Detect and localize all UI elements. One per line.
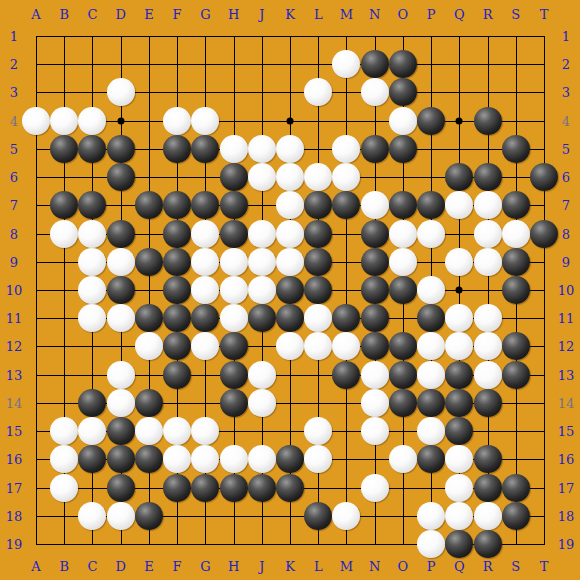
stone-white-L11[interactable]	[304, 304, 332, 332]
column-label-top: L	[314, 8, 323, 21]
row-label-left: 1	[10, 30, 18, 43]
stone-white-C10[interactable]	[78, 276, 106, 304]
stone-white-P13[interactable]	[417, 361, 445, 389]
stone-black-J11[interactable]	[248, 304, 276, 332]
stone-black-N5[interactable]	[361, 135, 389, 163]
stone-black-K17[interactable]	[276, 474, 304, 502]
stone-black-O12[interactable]	[389, 332, 417, 360]
stone-black-R19[interactable]	[474, 530, 502, 558]
stone-white-K6[interactable]	[276, 163, 304, 191]
stone-black-E11[interactable]	[135, 304, 163, 332]
stone-black-P4[interactable]	[417, 107, 445, 135]
stone-white-B15[interactable]	[50, 417, 78, 445]
column-label-bottom: B	[59, 560, 69, 573]
stone-white-Q16[interactable]	[445, 445, 473, 473]
stone-black-N10[interactable]	[361, 276, 389, 304]
stone-white-C9[interactable]	[78, 248, 106, 276]
column-label-top: J	[259, 8, 264, 21]
stone-white-L3[interactable]	[304, 78, 332, 106]
stone-black-O10[interactable]	[389, 276, 417, 304]
row-label-left: 6	[10, 171, 18, 184]
stone-white-P10[interactable]	[417, 276, 445, 304]
stone-black-N11[interactable]	[361, 304, 389, 332]
column-label-bottom: E	[144, 560, 154, 573]
stone-black-L18[interactable]	[304, 502, 332, 530]
row-label-left: 5	[10, 142, 18, 155]
stone-white-J9[interactable]	[248, 248, 276, 276]
row-label-right: 13	[558, 368, 575, 381]
row-label-right: 3	[562, 86, 570, 99]
stone-white-P19[interactable]	[417, 530, 445, 558]
stone-black-L7[interactable]	[304, 191, 332, 219]
stone-black-O5[interactable]	[389, 135, 417, 163]
stone-white-G16[interactable]	[191, 445, 219, 473]
row-label-right: 9	[562, 255, 570, 268]
stone-white-R7[interactable]	[474, 191, 502, 219]
stone-black-S17[interactable]	[502, 474, 530, 502]
stone-black-N2[interactable]	[361, 50, 389, 78]
stone-black-T6[interactable]	[530, 163, 558, 191]
stone-white-H10[interactable]	[220, 276, 248, 304]
row-label-left: 18	[6, 509, 23, 522]
stone-black-H17[interactable]	[220, 474, 248, 502]
stone-black-G7[interactable]	[191, 191, 219, 219]
column-label-top: Q	[454, 8, 465, 21]
stone-black-J17[interactable]	[248, 474, 276, 502]
row-label-left: 11	[6, 312, 23, 325]
stone-white-G15[interactable]	[191, 417, 219, 445]
stone-white-N17[interactable]	[361, 474, 389, 502]
stone-black-Q13[interactable]	[445, 361, 473, 389]
stone-white-P12[interactable]	[417, 332, 445, 360]
stone-black-L10[interactable]	[304, 276, 332, 304]
stone-black-O13[interactable]	[389, 361, 417, 389]
stone-black-C14[interactable]	[78, 389, 106, 417]
stone-white-L6[interactable]	[304, 163, 332, 191]
column-label-top: H	[228, 8, 239, 21]
stone-black-E7[interactable]	[135, 191, 163, 219]
stone-black-R17[interactable]	[474, 474, 502, 502]
stone-white-G4[interactable]	[191, 107, 219, 135]
stone-black-D15[interactable]	[107, 417, 135, 445]
row-label-right: 8	[562, 227, 570, 240]
stone-white-C8[interactable]	[78, 220, 106, 248]
stone-white-K7[interactable]	[276, 191, 304, 219]
stone-black-P7[interactable]	[417, 191, 445, 219]
stone-white-R12[interactable]	[474, 332, 502, 360]
row-label-left: 13	[6, 368, 23, 381]
stone-black-B7[interactable]	[50, 191, 78, 219]
stone-black-L9[interactable]	[304, 248, 332, 276]
stone-white-K8[interactable]	[276, 220, 304, 248]
stone-black-D6[interactable]	[107, 163, 135, 191]
stone-black-H14[interactable]	[220, 389, 248, 417]
stone-black-P11[interactable]	[417, 304, 445, 332]
stone-black-P14[interactable]	[417, 389, 445, 417]
row-label-right: 2	[562, 58, 570, 71]
stone-white-G10[interactable]	[191, 276, 219, 304]
stone-black-R16[interactable]	[474, 445, 502, 473]
stone-black-R6[interactable]	[474, 163, 502, 191]
column-label-top: G	[200, 8, 210, 21]
stone-white-M5[interactable]	[332, 135, 360, 163]
stone-black-K16[interactable]	[276, 445, 304, 473]
stone-black-P16[interactable]	[417, 445, 445, 473]
row-label-left: 3	[10, 86, 18, 99]
column-label-top: C	[87, 8, 97, 21]
stone-black-Q19[interactable]	[445, 530, 473, 558]
column-label-top: F	[173, 8, 182, 21]
column-label-top: B	[59, 8, 69, 21]
stone-white-R8[interactable]	[474, 220, 502, 248]
stone-white-C18[interactable]	[78, 502, 106, 530]
column-label-top: P	[427, 8, 436, 21]
stone-black-D17[interactable]	[107, 474, 135, 502]
stone-white-J8[interactable]	[248, 220, 276, 248]
column-label-bottom: F	[173, 560, 182, 573]
go-board[interactable]: AA11BB22CC33DD44EE55FF66GG77HH88JJ99KK10…	[0, 0, 580, 580]
column-label-top: R	[483, 8, 493, 21]
column-label-top: M	[340, 8, 353, 21]
column-label-bottom: A	[31, 560, 40, 573]
stone-black-D8[interactable]	[107, 220, 135, 248]
column-label-top: N	[369, 8, 380, 21]
stone-black-D10[interactable]	[107, 276, 135, 304]
grid-line-vertical	[346, 36, 347, 545]
stone-black-S5[interactable]	[502, 135, 530, 163]
stone-white-H11[interactable]	[220, 304, 248, 332]
stone-black-D5[interactable]	[107, 135, 135, 163]
stone-white-B8[interactable]	[50, 220, 78, 248]
stone-black-B5[interactable]	[50, 135, 78, 163]
stone-white-O4[interactable]	[389, 107, 417, 135]
column-label-bottom: K	[285, 560, 295, 573]
stone-white-R13[interactable]	[474, 361, 502, 389]
stone-white-E15[interactable]	[135, 417, 163, 445]
stone-black-F9[interactable]	[163, 248, 191, 276]
stone-black-G17[interactable]	[191, 474, 219, 502]
stone-white-M6[interactable]	[332, 163, 360, 191]
stone-white-C11[interactable]	[78, 304, 106, 332]
stone-white-F4[interactable]	[163, 107, 191, 135]
stone-black-D16[interactable]	[107, 445, 135, 473]
stone-white-O16[interactable]	[389, 445, 417, 473]
stone-black-O2[interactable]	[389, 50, 417, 78]
stone-black-K10[interactable]	[276, 276, 304, 304]
stone-black-H6[interactable]	[220, 163, 248, 191]
stone-white-M2[interactable]	[332, 50, 360, 78]
stone-black-Q14[interactable]	[445, 389, 473, 417]
column-label-bottom: O	[398, 560, 409, 573]
column-label-bottom: C	[87, 560, 97, 573]
star-point-K4	[286, 117, 293, 124]
stone-white-R9[interactable]	[474, 248, 502, 276]
row-label-right: 7	[562, 199, 570, 212]
row-label-right: 12	[558, 340, 575, 353]
stone-black-F8[interactable]	[163, 220, 191, 248]
stone-white-D9[interactable]	[107, 248, 135, 276]
stone-black-R14[interactable]	[474, 389, 502, 417]
stone-white-K12[interactable]	[276, 332, 304, 360]
star-point-Q4	[456, 117, 463, 124]
star-point-D4	[117, 117, 124, 124]
row-label-right: 1	[562, 30, 570, 43]
column-label-top: K	[285, 8, 295, 21]
stone-white-Q7[interactable]	[445, 191, 473, 219]
stone-white-D18[interactable]	[107, 502, 135, 530]
row-label-right: 19	[558, 537, 575, 550]
stone-black-G11[interactable]	[191, 304, 219, 332]
stone-white-Q9[interactable]	[445, 248, 473, 276]
column-label-bottom: R	[483, 560, 493, 573]
row-label-right: 18	[558, 509, 575, 522]
stone-white-P8[interactable]	[417, 220, 445, 248]
stone-black-T8[interactable]	[530, 220, 558, 248]
column-label-bottom: H	[228, 560, 239, 573]
column-label-top: S	[511, 8, 520, 21]
row-label-left: 7	[10, 199, 18, 212]
stone-white-B17[interactable]	[50, 474, 78, 502]
row-label-right: 6	[562, 171, 570, 184]
row-label-right: 4	[562, 114, 570, 127]
row-label-right: 14	[558, 396, 575, 409]
stone-black-F7[interactable]	[163, 191, 191, 219]
stone-black-C5[interactable]	[78, 135, 106, 163]
row-label-right: 11	[558, 312, 575, 325]
stone-black-R4[interactable]	[474, 107, 502, 135]
column-label-bottom: D	[115, 560, 125, 573]
stone-white-E12[interactable]	[135, 332, 163, 360]
stone-black-Q15[interactable]	[445, 417, 473, 445]
stone-white-J16[interactable]	[248, 445, 276, 473]
stone-white-N7[interactable]	[361, 191, 389, 219]
stone-white-A4[interactable]	[22, 107, 50, 135]
row-label-left: 4	[10, 114, 18, 127]
stone-white-O9[interactable]	[389, 248, 417, 276]
stone-white-Q11[interactable]	[445, 304, 473, 332]
column-label-top: A	[31, 8, 40, 21]
column-label-bottom: S	[511, 560, 520, 573]
stone-black-K11[interactable]	[276, 304, 304, 332]
stone-white-B16[interactable]	[50, 445, 78, 473]
stone-black-Q6[interactable]	[445, 163, 473, 191]
go-board-screenshot: AA11BB22CC33DD44EE55FF66GG77HH88JJ99KK10…	[0, 0, 580, 580]
stone-black-E9[interactable]	[135, 248, 163, 276]
stone-black-E16[interactable]	[135, 445, 163, 473]
stone-white-D11[interactable]	[107, 304, 135, 332]
row-label-right: 17	[558, 481, 575, 494]
grid-line-vertical	[544, 36, 545, 545]
row-label-left: 17	[6, 481, 23, 494]
row-label-right: 16	[558, 453, 575, 466]
stone-white-Q17[interactable]	[445, 474, 473, 502]
row-label-left: 14	[6, 396, 23, 409]
stone-black-H8[interactable]	[220, 220, 248, 248]
stone-black-H13[interactable]	[220, 361, 248, 389]
column-label-bottom: G	[200, 560, 210, 573]
stone-white-F16[interactable]	[163, 445, 191, 473]
column-label-bottom: L	[314, 560, 323, 573]
row-label-left: 8	[10, 227, 18, 240]
stone-black-O3[interactable]	[389, 78, 417, 106]
stone-white-Q12[interactable]	[445, 332, 473, 360]
stone-white-F15[interactable]	[163, 417, 191, 445]
row-label-left: 2	[10, 58, 18, 71]
stone-white-C4[interactable]	[78, 107, 106, 135]
column-label-bottom: T	[540, 560, 549, 573]
stone-black-S9[interactable]	[502, 248, 530, 276]
column-label-top: T	[540, 8, 549, 21]
stone-black-O14[interactable]	[389, 389, 417, 417]
stone-black-N8[interactable]	[361, 220, 389, 248]
stone-black-G5[interactable]	[191, 135, 219, 163]
row-label-right: 10	[558, 283, 575, 296]
stone-black-E18[interactable]	[135, 502, 163, 530]
stone-black-M13[interactable]	[332, 361, 360, 389]
stone-black-S12[interactable]	[502, 332, 530, 360]
stone-white-N13[interactable]	[361, 361, 389, 389]
row-label-left: 9	[10, 255, 18, 268]
row-label-left: 15	[6, 425, 23, 438]
stone-white-J6[interactable]	[248, 163, 276, 191]
column-label-bottom: M	[340, 560, 353, 573]
stone-white-N14[interactable]	[361, 389, 389, 417]
column-label-bottom: P	[427, 560, 436, 573]
stone-white-G9[interactable]	[191, 248, 219, 276]
stone-black-F11[interactable]	[163, 304, 191, 332]
stone-black-S13[interactable]	[502, 361, 530, 389]
column-label-bottom: J	[259, 560, 264, 573]
stone-white-S8[interactable]	[502, 220, 530, 248]
stone-black-M11[interactable]	[332, 304, 360, 332]
stone-black-F13[interactable]	[163, 361, 191, 389]
stone-white-J10[interactable]	[248, 276, 276, 304]
stone-white-Q18[interactable]	[445, 502, 473, 530]
stone-white-K9[interactable]	[276, 248, 304, 276]
star-point-Q10	[456, 286, 463, 293]
stone-white-J5[interactable]	[248, 135, 276, 163]
stone-black-F10[interactable]	[163, 276, 191, 304]
stone-white-L15[interactable]	[304, 417, 332, 445]
stone-white-C15[interactable]	[78, 417, 106, 445]
stone-white-N3[interactable]	[361, 78, 389, 106]
row-label-right: 15	[558, 425, 575, 438]
row-label-left: 10	[6, 283, 23, 296]
stone-white-O8[interactable]	[389, 220, 417, 248]
column-label-top: E	[144, 8, 154, 21]
row-label-left: 12	[6, 340, 23, 353]
stone-black-F12[interactable]	[163, 332, 191, 360]
stone-black-M7[interactable]	[332, 191, 360, 219]
stone-white-M18[interactable]	[332, 502, 360, 530]
stone-black-S18[interactable]	[502, 502, 530, 530]
stone-white-D3[interactable]	[107, 78, 135, 106]
row-label-left: 19	[6, 537, 23, 550]
stone-black-E14[interactable]	[135, 389, 163, 417]
stone-black-F17[interactable]	[163, 474, 191, 502]
stone-white-J14[interactable]	[248, 389, 276, 417]
stone-white-D13[interactable]	[107, 361, 135, 389]
column-label-top: O	[398, 8, 409, 21]
stone-black-C16[interactable]	[78, 445, 106, 473]
stone-white-H16[interactable]	[220, 445, 248, 473]
stone-white-M12[interactable]	[332, 332, 360, 360]
stone-white-G8[interactable]	[191, 220, 219, 248]
stone-white-H5[interactable]	[220, 135, 248, 163]
stone-white-L16[interactable]	[304, 445, 332, 473]
column-label-top: D	[115, 8, 125, 21]
stone-black-O7[interactable]	[389, 191, 417, 219]
stone-black-N12[interactable]	[361, 332, 389, 360]
stone-white-R11[interactable]	[474, 304, 502, 332]
row-label-right: 5	[562, 142, 570, 155]
stone-white-L12[interactable]	[304, 332, 332, 360]
stone-black-H7[interactable]	[220, 191, 248, 219]
stone-white-K5[interactable]	[276, 135, 304, 163]
stone-white-P15[interactable]	[417, 417, 445, 445]
stone-white-N15[interactable]	[361, 417, 389, 445]
stone-white-D14[interactable]	[107, 389, 135, 417]
stone-black-L8[interactable]	[304, 220, 332, 248]
stone-white-H9[interactable]	[220, 248, 248, 276]
stone-white-R18[interactable]	[474, 502, 502, 530]
stone-black-F5[interactable]	[163, 135, 191, 163]
stone-white-J13[interactable]	[248, 361, 276, 389]
stone-black-H12[interactable]	[220, 332, 248, 360]
row-label-left: 16	[6, 453, 23, 466]
column-label-bottom: N	[369, 560, 380, 573]
stone-white-P18[interactable]	[417, 502, 445, 530]
stone-black-N9[interactable]	[361, 248, 389, 276]
column-label-bottom: Q	[454, 560, 465, 573]
stone-white-G12[interactable]	[191, 332, 219, 360]
stone-black-S7[interactable]	[502, 191, 530, 219]
stone-white-B4[interactable]	[50, 107, 78, 135]
stone-black-C7[interactable]	[78, 191, 106, 219]
stone-black-S10[interactable]	[502, 276, 530, 304]
